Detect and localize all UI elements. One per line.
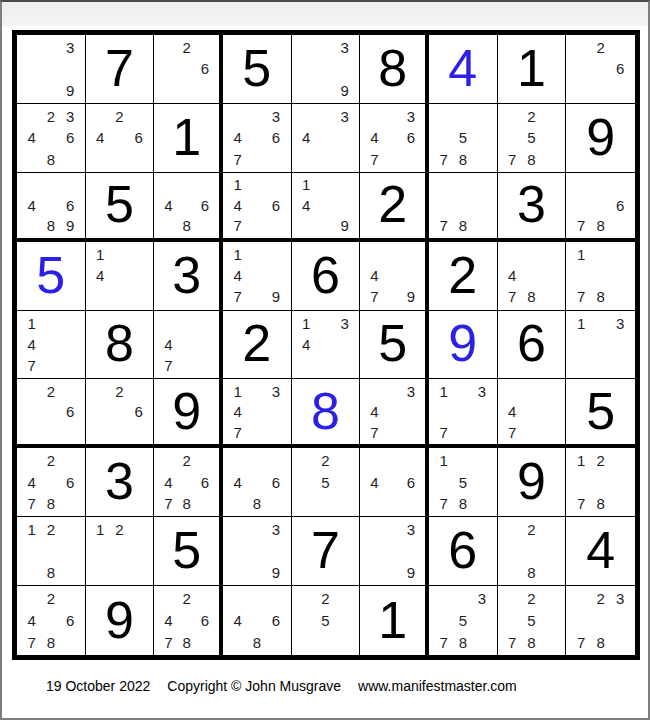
pencil-mark-7: 7 [159,631,177,653]
pencil-mark-6: 6 [196,58,214,79]
cell-r1c6[interactable]: 8 [360,35,429,104]
pencil-mark-9: 9 [60,215,79,235]
cell-r7c9[interactable]: 1278 [566,448,635,517]
pencil-mark-7: 7 [228,286,247,307]
pencil-marks: 468 [228,588,286,653]
pencil-marks: 468 [159,175,214,236]
pencil-mark-8: 8 [41,493,60,514]
given-digit: 9 [172,385,201,437]
pencil-mark-3: 3 [610,313,630,334]
cell-r3c8[interactable]: 3 [498,173,567,242]
pencil-marks: 26 [159,37,214,101]
pencil-mark-6: 6 [60,195,79,215]
pencil-marks: 2578 [503,588,561,653]
cell-r7c1[interactable]: 24678 [17,448,86,517]
pencil-mark-8: 8 [453,631,472,653]
pencil-mark-6: 6 [610,195,630,215]
cell-r8c7[interactable]: 6 [429,517,498,586]
cell-r2c4[interactable]: 3467 [223,104,292,173]
cell-r2c1[interactable]: 23468 [17,104,86,173]
pencil-mark-2: 2 [522,106,541,127]
given-digit: 5 [105,178,134,230]
cell-r5c5[interactable]: 134 [292,311,361,380]
pencil-mark-2: 2 [316,450,335,471]
cell-r2c9[interactable]: 9 [566,104,635,173]
pencil-mark-8: 8 [591,631,611,653]
pencil-mark-2: 2 [41,450,60,471]
pencil-mark-3: 3 [335,37,354,58]
pencil-mark-5: 5 [316,610,335,632]
pencil-mark-1: 1 [22,313,41,334]
pencil-mark-4: 4 [22,195,41,215]
cell-r4c7[interactable]: 2 [429,242,498,311]
given-digit: 5 [586,385,615,437]
pencil-mark-4: 4 [297,334,316,355]
pencil-mark-7: 7 [365,422,383,442]
cell-r7c8[interactable]: 9 [498,448,567,517]
pencil-marks: 39 [228,519,286,583]
cell-r5c2[interactable]: 8 [86,311,155,380]
pencil-mark-1: 1 [297,175,316,195]
pencil-mark-4: 4 [22,127,41,148]
pencil-mark-6: 6 [610,58,630,79]
given-digit: 1 [172,111,201,163]
pencil-mark-6: 6 [402,127,420,148]
pencil-marks: 1278 [571,450,630,514]
pencil-mark-6: 6 [266,127,285,148]
cell-r1c5[interactable]: 39 [292,35,361,104]
cell-r3c2[interactable]: 5 [86,173,155,242]
cell-r8c5[interactable]: 7 [292,517,361,586]
pencil-marks: 25 [297,588,355,653]
cell-r4c9[interactable]: 178 [566,242,635,311]
app-window: 3972653984126234682461346734346757825789… [0,0,650,720]
pencil-mark-2: 2 [41,106,60,127]
cell-r8c1[interactable]: 128 [17,517,86,586]
pencil-marks: 24678 [159,588,214,653]
entered-digit: 8 [311,385,340,437]
pencil-mark-8: 8 [247,493,266,514]
entered-digit: 5 [36,249,65,301]
pencil-mark-3: 3 [266,381,285,401]
pencil-mark-3: 3 [472,381,491,401]
pencil-marks: 26 [91,381,149,442]
pencil-mark-4: 4 [228,472,247,493]
pencil-mark-1: 1 [228,381,247,401]
pencil-marks: 39 [22,37,80,101]
cell-r3c1[interactable]: 4689 [17,173,86,242]
pencil-mark-4: 4 [228,610,247,632]
given-digit: 5 [242,42,271,94]
cell-r6c5[interactable]: 8 [292,379,361,448]
pencil-marks: 178 [571,244,630,308]
pencil-mark-7: 7 [159,493,177,514]
pencil-mark-8: 8 [453,215,472,235]
pencil-mark-6: 6 [60,127,79,148]
cell-r7c4[interactable]: 468 [223,448,292,517]
pencil-mark-5: 5 [522,127,541,148]
given-digit: 1 [517,42,546,94]
pencil-mark-3: 3 [266,519,285,540]
pencil-marks: 147 [22,313,80,377]
pencil-marks: 25 [297,450,355,514]
pencil-mark-2: 2 [178,588,196,610]
cell-r1c8[interactable]: 1 [498,35,567,104]
cell-r3c5[interactable]: 149 [292,173,361,242]
pencil-mark-8: 8 [591,215,611,235]
cell-r7c3[interactable]: 24678 [154,448,223,517]
pencil-mark-2: 2 [591,450,611,471]
pencil-mark-3: 3 [335,313,354,334]
pencil-mark-6: 6 [402,472,420,493]
cell-r8c9[interactable]: 4 [566,517,635,586]
pencil-mark-4: 4 [297,195,316,215]
pencil-mark-7: 7 [503,286,522,307]
pencil-mark-4: 4 [22,472,41,493]
pencil-marks: 578 [434,106,492,170]
cell-r5c4[interactable]: 2 [223,311,292,380]
pencil-marks: 2378 [571,588,630,653]
cell-r3c6[interactable]: 2 [360,173,429,242]
pencil-marks: 3467 [228,106,286,170]
pencil-mark-7: 7 [503,422,522,442]
pencil-mark-4: 4 [365,127,383,148]
pencil-marks: 468 [228,450,286,514]
cell-r5c9[interactable]: 13 [566,311,635,380]
pencil-mark-6: 6 [196,195,214,215]
pencil-mark-4: 4 [91,265,110,286]
pencil-mark-2: 2 [110,106,129,127]
cell-r8c8[interactable]: 28 [498,517,567,586]
cell-r1c2[interactable]: 7 [86,35,155,104]
cell-r9c5[interactable]: 25 [292,586,361,655]
given-digit: 2 [242,317,271,369]
pencil-mark-1: 1 [91,519,110,540]
given-digit: 8 [105,317,134,369]
pencil-mark-6: 6 [266,195,285,215]
pencil-mark-2: 2 [110,519,129,540]
cell-r6c1[interactable]: 26 [17,379,86,448]
cell-r6c4[interactable]: 1347 [223,379,292,448]
pencil-mark-6: 6 [196,472,214,493]
pencil-marks: 24678 [159,450,214,514]
pencil-marks: 26 [571,37,630,101]
pencil-mark-1: 1 [228,175,247,195]
pencil-mark-9: 9 [266,562,285,583]
pencil-marks: 78 [434,175,492,236]
pencil-mark-8: 8 [591,286,611,307]
pencil-mark-9: 9 [266,286,285,307]
cell-r3c9[interactable]: 678 [566,173,635,242]
cell-r2c2[interactable]: 246 [86,104,155,173]
pencil-mark-4: 4 [228,402,247,422]
pencil-mark-7: 7 [365,286,383,307]
given-digit: 4 [586,524,615,576]
pencil-mark-2: 2 [41,519,60,540]
pencil-mark-1: 1 [22,519,41,540]
cell-r4c2[interactable]: 14 [86,242,155,311]
cell-r8c3[interactable]: 5 [154,517,223,586]
pencil-mark-8: 8 [41,631,60,653]
pencil-mark-2: 2 [41,381,60,401]
pencil-mark-8: 8 [522,631,541,653]
footer-copyright: Copyright © John Musgrave [167,678,341,694]
pencil-marks: 1347 [228,381,286,442]
given-digit: 5 [378,317,407,369]
cell-r5c8[interactable]: 6 [498,311,567,380]
pencil-marks: 46 [365,450,420,514]
pencil-mark-2: 2 [178,450,196,471]
pencil-marks: 149 [297,175,355,236]
cell-r9c9[interactable]: 2378 [566,586,635,655]
pencil-marks: 26 [22,381,80,442]
cell-r7c6[interactable]: 46 [360,448,429,517]
pencil-mark-9: 9 [335,80,354,101]
pencil-mark-1: 1 [297,313,316,334]
cell-r4c5[interactable]: 6 [292,242,361,311]
cell-r5c3[interactable]: 47 [154,311,223,380]
cell-r9c7[interactable]: 3578 [429,586,498,655]
cell-r6c8[interactable]: 47 [498,379,567,448]
pencil-mark-6: 6 [129,127,148,148]
pencil-mark-7: 7 [22,631,41,653]
pencil-mark-1: 1 [571,450,591,471]
cell-r6c7[interactable]: 137 [429,379,498,448]
given-digit: 6 [517,317,546,369]
pencil-mark-7: 7 [434,215,453,235]
entered-digit: 4 [448,42,477,94]
pencil-marks: 47 [503,381,561,442]
sudoku-board: 3972653984126234682461346734346757825789… [12,30,640,660]
given-digit: 9 [105,594,134,646]
pencil-mark-6: 6 [266,610,285,632]
entered-digit: 9 [448,317,477,369]
pencil-marks: 1479 [228,244,286,308]
given-digit: 5 [172,524,201,576]
footer-date: 19 October 2022 [46,678,150,694]
cell-r6c6[interactable]: 347 [360,379,429,448]
pencil-mark-5: 5 [453,610,472,632]
pencil-mark-4: 4 [91,127,110,148]
pencil-mark-4: 4 [228,127,247,148]
pencil-mark-1: 1 [434,450,453,471]
pencil-mark-4: 4 [159,472,177,493]
cell-r7c2[interactable]: 3 [86,448,155,517]
pencil-mark-7: 7 [434,631,453,653]
cell-r2c8[interactable]: 2578 [498,104,567,173]
pencil-mark-8: 8 [522,562,541,583]
pencil-mark-7: 7 [228,422,247,442]
given-digit: 9 [517,455,546,507]
pencil-mark-7: 7 [571,286,591,307]
pencil-mark-7: 7 [434,422,453,442]
cell-r9c8[interactable]: 2578 [498,586,567,655]
pencil-mark-2: 2 [522,519,541,540]
pencil-marks: 678 [571,175,630,236]
pencil-mark-2: 2 [591,37,611,58]
pencil-marks: 478 [503,244,561,308]
pencil-mark-3: 3 [335,106,354,127]
pencil-marks: 3578 [434,588,492,653]
pencil-mark-6: 6 [129,402,148,422]
cell-r1c7[interactable]: 4 [429,35,498,104]
pencil-mark-1: 1 [228,244,247,265]
pencil-mark-7: 7 [434,493,453,514]
given-digit: 8 [378,42,407,94]
pencil-mark-7: 7 [159,355,177,376]
pencil-marks: 2578 [503,106,561,170]
pencil-marks: 39 [297,37,355,101]
pencil-mark-4: 4 [22,334,41,355]
pencil-mark-2: 2 [41,588,60,610]
pencil-mark-7: 7 [22,493,41,514]
pencil-mark-4: 4 [228,195,247,215]
cell-r4c1[interactable]: 5 [17,242,86,311]
pencil-mark-9: 9 [335,215,354,235]
cell-r1c4[interactable]: 5 [223,35,292,104]
pencil-mark-8: 8 [522,286,541,307]
cell-r4c8[interactable]: 478 [498,242,567,311]
given-digit: 9 [586,111,615,163]
pencil-mark-9: 9 [60,80,79,101]
pencil-mark-8: 8 [41,148,60,169]
pencil-mark-4: 4 [22,610,41,632]
pencil-mark-6: 6 [60,402,79,422]
pencil-marks: 479 [365,244,420,308]
pencil-marks: 14 [91,244,149,308]
pencil-mark-3: 3 [60,37,79,58]
pencil-mark-8: 8 [178,631,196,653]
given-digit: 1 [378,594,407,646]
pencil-marks: 39 [365,519,420,583]
cell-r4c4[interactable]: 1479 [223,242,292,311]
cell-r1c9[interactable]: 26 [566,35,635,104]
pencil-marks: 137 [434,381,492,442]
cell-r6c3[interactable]: 9 [154,379,223,448]
pencil-mark-7: 7 [571,215,591,235]
pencil-mark-9: 9 [402,562,420,583]
cell-r5c1[interactable]: 147 [17,311,86,380]
given-digit: 3 [105,455,134,507]
pencil-mark-5: 5 [453,472,472,493]
cell-r6c2[interactable]: 26 [86,379,155,448]
title-bar [2,2,648,26]
pencil-mark-4: 4 [228,265,247,286]
pencil-mark-4: 4 [365,402,383,422]
cell-r8c2[interactable]: 12 [86,517,155,586]
pencil-mark-3: 3 [402,519,420,540]
cell-r1c3[interactable]: 26 [154,35,223,104]
cell-r3c3[interactable]: 468 [154,173,223,242]
cell-r7c7[interactable]: 1578 [429,448,498,517]
cell-r5c7[interactable]: 9 [429,311,498,380]
pencil-mark-4: 4 [159,610,177,632]
pencil-mark-4: 4 [159,195,177,215]
pencil-mark-7: 7 [228,148,247,169]
given-digit: 7 [311,524,340,576]
cell-r9c3[interactable]: 24678 [154,586,223,655]
given-digit: 6 [311,249,340,301]
pencil-mark-1: 1 [571,244,591,265]
pencil-marks: 134 [297,313,355,377]
cell-r4c6[interactable]: 479 [360,242,429,311]
pencil-mark-8: 8 [41,562,60,583]
pencil-mark-6: 6 [266,472,285,493]
pencil-marks: 12 [91,519,149,583]
pencil-mark-4: 4 [503,402,522,422]
cell-r3c4[interactable]: 1467 [223,173,292,242]
pencil-mark-1: 1 [434,381,453,401]
pencil-mark-8: 8 [178,493,196,514]
pencil-mark-1: 1 [91,244,110,265]
cell-r9c1[interactable]: 24678 [17,586,86,655]
pencil-mark-9: 9 [402,286,420,307]
pencil-mark-7: 7 [365,148,383,169]
pencil-mark-3: 3 [402,381,420,401]
pencil-marks: 1467 [228,175,286,236]
cell-r4c3[interactable]: 3 [154,242,223,311]
cell-r7c5[interactable]: 25 [292,448,361,517]
pencil-marks: 24678 [22,450,80,514]
cell-r9c4[interactable]: 468 [223,586,292,655]
cell-r9c6[interactable]: 1 [360,586,429,655]
pencil-mark-6: 6 [196,610,214,632]
cell-r2c3[interactable]: 1 [154,104,223,173]
footer-website: www.manifestmaster.com [358,678,517,694]
cell-r1c1[interactable]: 39 [17,35,86,104]
pencil-mark-4: 4 [365,472,383,493]
pencil-mark-5: 5 [453,127,472,148]
pencil-mark-4: 4 [159,334,177,355]
cell-r2c6[interactable]: 3467 [360,104,429,173]
given-digit: 3 [172,249,201,301]
pencil-mark-2: 2 [316,588,335,610]
pencil-mark-7: 7 [228,215,247,235]
cell-r9c2[interactable]: 9 [86,586,155,655]
pencil-mark-3: 3 [60,106,79,127]
cell-r2c5[interactable]: 34 [292,104,361,173]
cell-r3c7[interactable]: 78 [429,173,498,242]
pencil-marks: 1578 [434,450,492,514]
pencil-mark-7: 7 [571,493,591,514]
pencil-mark-2: 2 [178,37,196,58]
pencil-mark-7: 7 [22,355,41,376]
pencil-mark-7: 7 [503,631,522,653]
pencil-marks: 47 [159,313,214,377]
pencil-marks: 13 [571,313,630,377]
pencil-mark-7: 7 [434,148,453,169]
cell-r8c4[interactable]: 39 [223,517,292,586]
pencil-mark-4: 4 [297,127,316,148]
pencil-marks: 24678 [22,588,80,653]
pencil-mark-2: 2 [522,588,541,610]
pencil-mark-6: 6 [60,610,79,632]
pencil-marks: 23468 [22,106,80,170]
pencil-mark-8: 8 [178,215,196,235]
pencil-marks: 246 [91,106,149,170]
given-digit: 2 [448,249,477,301]
footer: 19 October 2022 Copyright © John Musgrav… [46,678,517,694]
cell-r5c6[interactable]: 5 [360,311,429,380]
pencil-marks: 4689 [22,175,80,236]
pencil-marks: 3467 [365,106,420,170]
cell-r6c9[interactable]: 5 [566,379,635,448]
pencil-marks: 28 [503,519,561,583]
cell-r2c7[interactable]: 578 [429,104,498,173]
pencil-mark-5: 5 [316,472,335,493]
cell-r8c6[interactable]: 39 [360,517,429,586]
pencil-mark-2: 2 [110,381,129,401]
